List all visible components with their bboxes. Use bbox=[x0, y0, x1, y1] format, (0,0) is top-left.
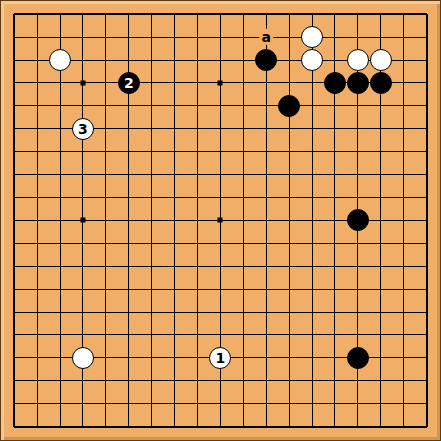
intersection[interactable] bbox=[301, 392, 324, 415]
intersection[interactable] bbox=[140, 72, 163, 95]
intersection[interactable] bbox=[186, 3, 209, 26]
intersection[interactable] bbox=[278, 117, 301, 140]
intersection[interactable] bbox=[140, 415, 163, 438]
intersection[interactable] bbox=[346, 3, 369, 26]
intersection[interactable] bbox=[186, 369, 209, 392]
intersection[interactable] bbox=[26, 369, 49, 392]
intersection[interactable] bbox=[72, 369, 95, 392]
intersection[interactable] bbox=[209, 232, 232, 255]
intersection[interactable] bbox=[323, 117, 346, 140]
intersection[interactable] bbox=[346, 72, 369, 95]
intersection[interactable] bbox=[301, 301, 324, 324]
intersection[interactable] bbox=[255, 94, 278, 117]
intersection[interactable] bbox=[278, 346, 301, 369]
intersection[interactable] bbox=[3, 255, 26, 278]
intersection[interactable] bbox=[94, 392, 117, 415]
intersection[interactable]: 3 bbox=[72, 117, 95, 140]
intersection[interactable] bbox=[3, 346, 26, 369]
intersection[interactable] bbox=[72, 163, 95, 186]
intersection[interactable] bbox=[255, 278, 278, 301]
intersection[interactable] bbox=[140, 94, 163, 117]
intersection[interactable] bbox=[323, 278, 346, 301]
intersection[interactable] bbox=[255, 186, 278, 209]
intersection[interactable] bbox=[209, 94, 232, 117]
intersection[interactable] bbox=[117, 49, 140, 72]
intersection[interactable] bbox=[415, 232, 438, 255]
intersection[interactable] bbox=[369, 117, 392, 140]
intersection[interactable] bbox=[346, 255, 369, 278]
intersection[interactable] bbox=[94, 278, 117, 301]
intersection[interactable] bbox=[346, 186, 369, 209]
intersection[interactable] bbox=[301, 415, 324, 438]
intersection[interactable] bbox=[3, 323, 26, 346]
intersection[interactable] bbox=[163, 209, 186, 232]
intersection[interactable] bbox=[140, 26, 163, 49]
intersection[interactable] bbox=[140, 117, 163, 140]
intersection[interactable] bbox=[140, 392, 163, 415]
intersection[interactable] bbox=[392, 72, 415, 95]
intersection[interactable] bbox=[72, 323, 95, 346]
intersection[interactable] bbox=[392, 209, 415, 232]
intersection[interactable] bbox=[369, 94, 392, 117]
intersection[interactable] bbox=[186, 26, 209, 49]
intersection[interactable] bbox=[415, 186, 438, 209]
intersection[interactable] bbox=[140, 346, 163, 369]
intersection[interactable] bbox=[163, 117, 186, 140]
intersection[interactable]: 1 bbox=[209, 346, 232, 369]
intersection[interactable] bbox=[117, 140, 140, 163]
intersection[interactable] bbox=[26, 346, 49, 369]
intersection[interactable] bbox=[26, 209, 49, 232]
intersection[interactable] bbox=[392, 301, 415, 324]
intersection[interactable] bbox=[278, 26, 301, 49]
intersection[interactable] bbox=[278, 209, 301, 232]
intersection[interactable] bbox=[94, 140, 117, 163]
intersection[interactable] bbox=[26, 117, 49, 140]
intersection[interactable] bbox=[232, 117, 255, 140]
intersection[interactable] bbox=[346, 323, 369, 346]
intersection[interactable] bbox=[301, 278, 324, 301]
intersection[interactable] bbox=[94, 163, 117, 186]
intersection[interactable] bbox=[415, 369, 438, 392]
intersection[interactable] bbox=[49, 392, 72, 415]
intersection[interactable] bbox=[163, 49, 186, 72]
intersection[interactable] bbox=[140, 232, 163, 255]
intersection[interactable] bbox=[346, 49, 369, 72]
intersection[interactable] bbox=[117, 26, 140, 49]
intersection[interactable] bbox=[209, 369, 232, 392]
intersection[interactable] bbox=[346, 415, 369, 438]
intersection[interactable] bbox=[163, 186, 186, 209]
intersection[interactable] bbox=[186, 72, 209, 95]
intersection[interactable] bbox=[117, 186, 140, 209]
intersection[interactable] bbox=[49, 346, 72, 369]
intersection[interactable] bbox=[3, 301, 26, 324]
intersection[interactable] bbox=[117, 163, 140, 186]
intersection[interactable] bbox=[346, 392, 369, 415]
intersection[interactable] bbox=[163, 301, 186, 324]
intersection[interactable] bbox=[346, 26, 369, 49]
intersection[interactable] bbox=[163, 369, 186, 392]
intersection[interactable] bbox=[369, 3, 392, 26]
intersection[interactable] bbox=[94, 369, 117, 392]
intersection[interactable] bbox=[209, 3, 232, 26]
intersection[interactable] bbox=[94, 26, 117, 49]
intersection[interactable] bbox=[346, 140, 369, 163]
intersection[interactable] bbox=[209, 415, 232, 438]
intersection[interactable] bbox=[323, 3, 346, 26]
intersection[interactable] bbox=[117, 415, 140, 438]
intersection[interactable] bbox=[232, 26, 255, 49]
intersection[interactable] bbox=[117, 323, 140, 346]
intersection[interactable] bbox=[232, 323, 255, 346]
intersection[interactable] bbox=[415, 392, 438, 415]
intersection[interactable] bbox=[346, 301, 369, 324]
intersection[interactable] bbox=[232, 346, 255, 369]
intersection[interactable] bbox=[323, 186, 346, 209]
intersection[interactable] bbox=[49, 255, 72, 278]
intersection[interactable] bbox=[3, 94, 26, 117]
intersection[interactable] bbox=[163, 255, 186, 278]
intersection[interactable] bbox=[369, 49, 392, 72]
intersection[interactable] bbox=[346, 94, 369, 117]
intersection[interactable] bbox=[3, 72, 26, 95]
intersection[interactable] bbox=[163, 163, 186, 186]
intersection[interactable] bbox=[49, 301, 72, 324]
intersection[interactable] bbox=[369, 140, 392, 163]
intersection[interactable] bbox=[278, 186, 301, 209]
intersection[interactable] bbox=[323, 72, 346, 95]
intersection[interactable] bbox=[255, 209, 278, 232]
intersection[interactable] bbox=[392, 392, 415, 415]
intersection[interactable] bbox=[209, 26, 232, 49]
intersection[interactable] bbox=[415, 209, 438, 232]
intersection[interactable] bbox=[26, 140, 49, 163]
intersection[interactable] bbox=[186, 255, 209, 278]
intersection[interactable] bbox=[186, 163, 209, 186]
intersection[interactable] bbox=[278, 3, 301, 26]
intersection[interactable] bbox=[392, 3, 415, 26]
intersection[interactable] bbox=[392, 369, 415, 392]
intersection[interactable] bbox=[94, 3, 117, 26]
intersection[interactable] bbox=[369, 415, 392, 438]
intersection[interactable] bbox=[278, 369, 301, 392]
intersection[interactable] bbox=[301, 3, 324, 26]
intersection[interactable] bbox=[49, 3, 72, 26]
intersection[interactable] bbox=[163, 140, 186, 163]
intersection[interactable] bbox=[301, 186, 324, 209]
intersection[interactable] bbox=[278, 94, 301, 117]
intersection[interactable] bbox=[278, 278, 301, 301]
intersection[interactable] bbox=[117, 278, 140, 301]
intersection[interactable]: 2 bbox=[117, 72, 140, 95]
intersection[interactable] bbox=[140, 49, 163, 72]
intersection[interactable] bbox=[49, 278, 72, 301]
intersection[interactable] bbox=[117, 3, 140, 26]
intersection[interactable] bbox=[369, 163, 392, 186]
intersection[interactable] bbox=[392, 255, 415, 278]
intersection[interactable] bbox=[209, 140, 232, 163]
intersection[interactable] bbox=[392, 232, 415, 255]
intersection[interactable] bbox=[3, 3, 26, 26]
intersection[interactable] bbox=[94, 49, 117, 72]
intersection[interactable] bbox=[94, 94, 117, 117]
intersection[interactable] bbox=[209, 186, 232, 209]
intersection[interactable] bbox=[301, 140, 324, 163]
intersection[interactable] bbox=[301, 369, 324, 392]
intersection[interactable] bbox=[26, 232, 49, 255]
intersection[interactable] bbox=[323, 369, 346, 392]
intersection[interactable] bbox=[186, 117, 209, 140]
intersection[interactable] bbox=[323, 346, 346, 369]
intersection[interactable] bbox=[209, 301, 232, 324]
intersection[interactable] bbox=[49, 186, 72, 209]
intersection[interactable] bbox=[323, 323, 346, 346]
intersection[interactable] bbox=[392, 26, 415, 49]
intersection[interactable] bbox=[49, 369, 72, 392]
intersection[interactable] bbox=[415, 415, 438, 438]
intersection[interactable] bbox=[346, 232, 369, 255]
intersection[interactable] bbox=[301, 26, 324, 49]
intersection[interactable] bbox=[278, 323, 301, 346]
intersection[interactable] bbox=[94, 232, 117, 255]
intersection[interactable] bbox=[72, 278, 95, 301]
intersection[interactable] bbox=[392, 415, 415, 438]
intersection[interactable] bbox=[346, 163, 369, 186]
intersection[interactable] bbox=[26, 278, 49, 301]
intersection[interactable] bbox=[140, 3, 163, 26]
intersection[interactable] bbox=[49, 323, 72, 346]
intersection[interactable] bbox=[301, 163, 324, 186]
intersection[interactable] bbox=[255, 415, 278, 438]
intersection[interactable] bbox=[323, 209, 346, 232]
intersection[interactable] bbox=[278, 72, 301, 95]
intersection[interactable] bbox=[415, 49, 438, 72]
intersection[interactable] bbox=[140, 323, 163, 346]
intersection[interactable] bbox=[232, 186, 255, 209]
intersection[interactable] bbox=[232, 278, 255, 301]
intersection[interactable] bbox=[278, 232, 301, 255]
intersection[interactable] bbox=[392, 117, 415, 140]
intersection[interactable] bbox=[140, 301, 163, 324]
intersection[interactable] bbox=[415, 346, 438, 369]
intersection[interactable] bbox=[301, 49, 324, 72]
intersection[interactable] bbox=[72, 186, 95, 209]
intersection[interactable] bbox=[232, 163, 255, 186]
intersection[interactable] bbox=[3, 232, 26, 255]
intersection[interactable] bbox=[186, 209, 209, 232]
intersection[interactable] bbox=[117, 255, 140, 278]
intersection[interactable] bbox=[369, 278, 392, 301]
intersection[interactable] bbox=[323, 163, 346, 186]
intersection[interactable] bbox=[415, 94, 438, 117]
intersection[interactable] bbox=[232, 140, 255, 163]
intersection[interactable] bbox=[278, 163, 301, 186]
intersection[interactable] bbox=[94, 255, 117, 278]
intersection[interactable] bbox=[117, 369, 140, 392]
intersection[interactable] bbox=[26, 186, 49, 209]
intersection[interactable] bbox=[301, 72, 324, 95]
intersection[interactable] bbox=[323, 140, 346, 163]
intersection[interactable] bbox=[26, 49, 49, 72]
intersection[interactable] bbox=[232, 3, 255, 26]
intersection[interactable] bbox=[3, 278, 26, 301]
intersection[interactable] bbox=[72, 140, 95, 163]
intersection[interactable] bbox=[232, 94, 255, 117]
intersection[interactable] bbox=[232, 49, 255, 72]
intersection[interactable] bbox=[94, 323, 117, 346]
intersection[interactable] bbox=[301, 94, 324, 117]
intersection[interactable] bbox=[49, 26, 72, 49]
intersection[interactable] bbox=[392, 278, 415, 301]
intersection[interactable] bbox=[346, 346, 369, 369]
intersection[interactable] bbox=[209, 278, 232, 301]
intersection[interactable] bbox=[232, 369, 255, 392]
intersection[interactable] bbox=[415, 3, 438, 26]
intersection[interactable] bbox=[392, 94, 415, 117]
intersection[interactable] bbox=[369, 255, 392, 278]
intersection[interactable] bbox=[163, 392, 186, 415]
intersection[interactable] bbox=[392, 163, 415, 186]
intersection[interactable] bbox=[209, 255, 232, 278]
intersection[interactable] bbox=[186, 232, 209, 255]
intersection[interactable] bbox=[209, 392, 232, 415]
intersection[interactable] bbox=[26, 323, 49, 346]
intersection[interactable] bbox=[26, 94, 49, 117]
intersection[interactable] bbox=[49, 72, 72, 95]
intersection[interactable] bbox=[3, 415, 26, 438]
intersection[interactable] bbox=[163, 346, 186, 369]
intersection[interactable] bbox=[163, 415, 186, 438]
intersection[interactable] bbox=[301, 232, 324, 255]
intersection[interactable] bbox=[346, 209, 369, 232]
intersection[interactable] bbox=[163, 26, 186, 49]
intersection[interactable] bbox=[323, 255, 346, 278]
intersection[interactable] bbox=[415, 255, 438, 278]
intersection[interactable] bbox=[72, 209, 95, 232]
intersection[interactable] bbox=[163, 278, 186, 301]
intersection[interactable] bbox=[94, 72, 117, 95]
intersection[interactable] bbox=[3, 209, 26, 232]
intersection[interactable] bbox=[255, 369, 278, 392]
intersection[interactable] bbox=[3, 140, 26, 163]
intersection[interactable] bbox=[346, 369, 369, 392]
intersection[interactable] bbox=[49, 49, 72, 72]
intersection[interactable] bbox=[323, 392, 346, 415]
intersection[interactable] bbox=[186, 186, 209, 209]
intersection[interactable] bbox=[255, 117, 278, 140]
intersection[interactable] bbox=[72, 415, 95, 438]
intersection[interactable] bbox=[94, 186, 117, 209]
intersection[interactable] bbox=[3, 369, 26, 392]
intersection[interactable] bbox=[72, 3, 95, 26]
intersection[interactable] bbox=[186, 346, 209, 369]
intersection[interactable]: a bbox=[255, 26, 278, 49]
intersection[interactable] bbox=[94, 117, 117, 140]
intersection[interactable] bbox=[323, 26, 346, 49]
intersection[interactable] bbox=[72, 346, 95, 369]
intersection[interactable] bbox=[3, 26, 26, 49]
intersection[interactable] bbox=[278, 392, 301, 415]
intersection[interactable] bbox=[117, 232, 140, 255]
intersection[interactable] bbox=[72, 392, 95, 415]
intersection[interactable] bbox=[415, 323, 438, 346]
intersection[interactable] bbox=[72, 49, 95, 72]
intersection[interactable] bbox=[117, 209, 140, 232]
intersection[interactable] bbox=[163, 72, 186, 95]
intersection[interactable] bbox=[209, 163, 232, 186]
intersection[interactable] bbox=[278, 255, 301, 278]
intersection[interactable] bbox=[392, 323, 415, 346]
intersection[interactable] bbox=[255, 255, 278, 278]
intersection[interactable] bbox=[49, 94, 72, 117]
intersection[interactable] bbox=[26, 301, 49, 324]
intersection[interactable] bbox=[140, 369, 163, 392]
intersection[interactable] bbox=[232, 415, 255, 438]
intersection[interactable] bbox=[26, 3, 49, 26]
intersection[interactable] bbox=[415, 26, 438, 49]
intersection[interactable] bbox=[369, 186, 392, 209]
intersection[interactable] bbox=[186, 301, 209, 324]
intersection[interactable] bbox=[392, 346, 415, 369]
intersection[interactable] bbox=[209, 117, 232, 140]
intersection[interactable] bbox=[369, 369, 392, 392]
intersection[interactable] bbox=[255, 392, 278, 415]
intersection[interactable] bbox=[49, 117, 72, 140]
intersection[interactable] bbox=[369, 72, 392, 95]
intersection[interactable] bbox=[26, 26, 49, 49]
intersection[interactable] bbox=[186, 140, 209, 163]
intersection[interactable] bbox=[255, 49, 278, 72]
intersection[interactable] bbox=[301, 209, 324, 232]
intersection[interactable] bbox=[415, 163, 438, 186]
intersection[interactable] bbox=[301, 323, 324, 346]
intersection[interactable] bbox=[72, 232, 95, 255]
intersection[interactable] bbox=[369, 232, 392, 255]
intersection[interactable] bbox=[392, 49, 415, 72]
intersection[interactable] bbox=[369, 392, 392, 415]
intersection[interactable] bbox=[369, 26, 392, 49]
intersection[interactable] bbox=[140, 186, 163, 209]
intersection[interactable] bbox=[346, 278, 369, 301]
intersection[interactable] bbox=[369, 301, 392, 324]
intersection[interactable] bbox=[72, 301, 95, 324]
intersection[interactable] bbox=[26, 415, 49, 438]
intersection[interactable] bbox=[255, 301, 278, 324]
intersection[interactable] bbox=[72, 72, 95, 95]
intersection[interactable] bbox=[3, 186, 26, 209]
intersection[interactable] bbox=[232, 392, 255, 415]
intersection[interactable] bbox=[3, 163, 26, 186]
intersection[interactable] bbox=[301, 346, 324, 369]
intersection[interactable] bbox=[255, 323, 278, 346]
intersection[interactable] bbox=[301, 255, 324, 278]
intersection[interactable] bbox=[369, 209, 392, 232]
intersection[interactable] bbox=[72, 94, 95, 117]
intersection[interactable] bbox=[255, 163, 278, 186]
intersection[interactable] bbox=[26, 163, 49, 186]
intersection[interactable] bbox=[255, 232, 278, 255]
intersection[interactable] bbox=[415, 140, 438, 163]
intersection[interactable] bbox=[392, 140, 415, 163]
intersection[interactable] bbox=[3, 49, 26, 72]
intersection[interactable] bbox=[186, 278, 209, 301]
intersection[interactable] bbox=[186, 49, 209, 72]
intersection[interactable] bbox=[186, 415, 209, 438]
intersection[interactable] bbox=[72, 255, 95, 278]
intersection[interactable] bbox=[232, 209, 255, 232]
intersection[interactable] bbox=[278, 49, 301, 72]
